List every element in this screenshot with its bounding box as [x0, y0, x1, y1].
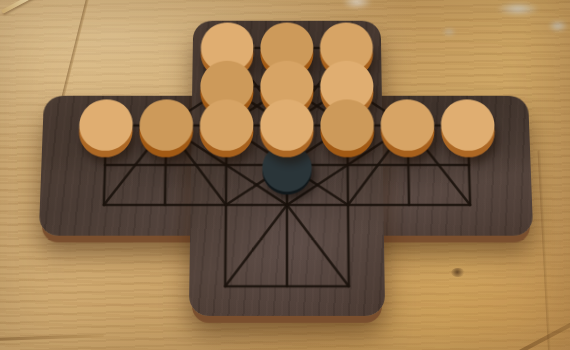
- chalk-mark: [496, 2, 540, 16]
- point-r5-c1: [133, 225, 195, 266]
- goose-piece[interactable]: ●: [436, 86, 499, 153]
- point-r5-c2[interactable]: [195, 225, 257, 266]
- point-r4-c5[interactable]: [378, 185, 440, 225]
- point-r2-c4[interactable]: ●: [317, 106, 378, 145]
- point-r5-c5: [379, 225, 441, 266]
- point-r2-c6[interactable]: ●: [437, 106, 498, 145]
- goose-piece[interactable]: ●: [75, 86, 138, 153]
- point-r5-c0: [71, 225, 134, 266]
- goose-piece[interactable]: ●: [256, 86, 317, 153]
- point-r6-c6: [441, 266, 504, 307]
- point-r2-c2[interactable]: ●: [196, 106, 257, 145]
- point-r2-c5[interactable]: ●: [377, 106, 438, 145]
- point-r4-c6[interactable]: [439, 185, 501, 225]
- point-r2-c3[interactable]: ●: [257, 106, 317, 145]
- point-r6-c1: [132, 266, 195, 307]
- point-r4-c1[interactable]: [134, 185, 196, 225]
- point-r2-c1[interactable]: ●: [136, 106, 197, 145]
- point-r4-c2[interactable]: [195, 185, 256, 225]
- game-board: ●●●●●●●●●●●●●●: [34, 17, 537, 350]
- point-r6-c2[interactable]: [194, 266, 256, 307]
- point-r5-c3[interactable]: [256, 225, 318, 266]
- point-r4-c3[interactable]: [256, 185, 317, 225]
- wooden-skewer: [1, 0, 58, 14]
- point-r4-c0[interactable]: [73, 185, 135, 225]
- chalk-mark: [548, 20, 568, 32]
- goose-piece[interactable]: ●: [196, 86, 258, 153]
- goose-piece[interactable]: ●: [317, 86, 379, 153]
- point-r0-c1: [138, 29, 198, 67]
- point-r4-c4[interactable]: [317, 185, 378, 225]
- board-grid: ●●●●●●●●●●●●●●: [70, 29, 504, 307]
- table-plank-seam: [538, 150, 552, 350]
- point-r2-c0[interactable]: ●: [75, 106, 136, 145]
- goose-piece[interactable]: ●: [135, 86, 197, 153]
- point-r5-c4[interactable]: [318, 225, 380, 266]
- point-r0-c6: [435, 29, 496, 67]
- point-r0-c0: [78, 29, 139, 67]
- point-r6-c5: [379, 266, 442, 307]
- point-r6-c0: [70, 266, 133, 307]
- point-r5-c6: [440, 225, 503, 266]
- point-r0-c5: [376, 29, 436, 67]
- point-r6-c4[interactable]: [318, 266, 380, 307]
- goose-piece[interactable]: ●: [376, 86, 438, 153]
- photo-scene: ●●●●●●●●●●●●●●: [0, 0, 570, 350]
- point-r6-c3[interactable]: [256, 266, 318, 307]
